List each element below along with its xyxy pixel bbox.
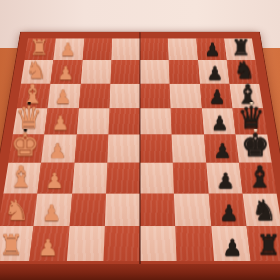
black-pawn: ♟ — [211, 202, 246, 224]
white-bishop: ♝ — [17, 80, 48, 106]
square-g1: ♞ — [0, 193, 38, 226]
square-d3 — [76, 108, 109, 134]
square-b5 — [140, 60, 170, 83]
square-f3 — [72, 163, 107, 193]
square-g6 — [174, 193, 211, 226]
black-pawn: ♟ — [203, 114, 235, 134]
black-pawn: ♟ — [206, 141, 239, 161]
black-pawn: ♟ — [199, 64, 229, 82]
square-f1: ♝ — [4, 163, 42, 193]
square-e7: ♟ — [204, 135, 239, 163]
white-bishop: ♝ — [4, 162, 38, 191]
square-g2: ♟ — [34, 193, 72, 226]
white-pawn: ♟ — [41, 141, 74, 161]
square-f8: ♝ — [239, 163, 277, 193]
board-scene: ♜♟♟♜♞♟♟♞♝♟♟♝♛♟♟♛♚♟♟♚♝♟♟♝♞♟♟♞♜♟♟♜ — [0, 0, 280, 272]
white-rook: ♜ — [25, 37, 54, 59]
square-d6 — [171, 108, 204, 134]
square-d5 — [140, 108, 172, 134]
square-c1: ♝ — [17, 83, 51, 108]
square-d8: ♛ — [232, 108, 267, 134]
square-h8: ♜ — [246, 226, 280, 261]
black-rook: ♜ — [226, 37, 255, 59]
square-c8: ♝ — [229, 83, 263, 108]
square-a7: ♟ — [196, 38, 227, 60]
square-c4 — [109, 83, 140, 108]
white-pawn: ♟ — [45, 114, 77, 134]
square-g7: ♟ — [208, 193, 246, 226]
square-e1: ♚ — [8, 135, 44, 163]
chess-photo: ♜♟♟♜♞♟♟♞♝♟♟♝♛♟♟♛♚♟♟♚♝♟♟♝♞♟♟♞♜♟♟♜ — [0, 0, 280, 280]
black-king: ♚ — [239, 130, 272, 162]
square-f2: ♟ — [38, 163, 75, 193]
square-c2: ♟ — [48, 83, 81, 108]
square-g3 — [69, 193, 106, 226]
square-b4 — [110, 60, 140, 83]
white-pawn: ♟ — [38, 170, 72, 191]
square-a1: ♜ — [25, 38, 56, 60]
black-pawn: ♟ — [198, 41, 227, 59]
square-d4 — [108, 108, 140, 134]
square-c7: ♟ — [200, 83, 233, 108]
chess-board: ♜♟♟♜♞♟♟♞♝♟♟♝♛♟♟♛♚♟♟♚♝♟♟♝♞♟♟♞♜♟♟♜ — [0, 32, 280, 272]
square-g4 — [105, 193, 140, 226]
square-b7: ♟ — [198, 60, 230, 83]
black-knight: ♞ — [246, 196, 280, 224]
square-b6 — [169, 60, 200, 83]
square-g5 — [140, 193, 175, 226]
white-pawn: ♟ — [54, 41, 83, 59]
square-e8: ♚ — [235, 135, 271, 163]
square-f7: ♟ — [206, 163, 243, 193]
black-pawn: ♟ — [213, 236, 250, 259]
square-a8: ♜ — [224, 38, 255, 60]
white-pawn: ♟ — [34, 202, 69, 224]
square-h7: ♟ — [211, 226, 251, 261]
white-pawn: ♟ — [48, 88, 79, 107]
square-d2: ♟ — [45, 108, 79, 134]
square-c3 — [78, 83, 110, 108]
square-h1: ♜ — [0, 226, 34, 261]
square-b1: ♞ — [21, 60, 54, 83]
black-pawn: ♟ — [208, 170, 242, 191]
square-h6 — [175, 226, 213, 261]
square-e6 — [172, 135, 206, 163]
white-pawn: ♟ — [51, 64, 81, 82]
white-knight: ♞ — [21, 58, 51, 82]
white-rook: ♜ — [0, 231, 30, 259]
square-a2: ♟ — [53, 38, 84, 60]
square-f6 — [173, 163, 208, 193]
black-bishop: ♝ — [242, 162, 276, 191]
square-h2: ♟ — [30, 226, 70, 261]
square-f4 — [106, 163, 140, 193]
black-bishop: ♝ — [232, 80, 263, 106]
black-pawn: ♟ — [201, 88, 232, 107]
square-c6 — [170, 83, 202, 108]
black-rook: ♜ — [250, 231, 280, 259]
square-a3 — [82, 38, 112, 60]
square-b2: ♟ — [51, 60, 83, 83]
square-h4 — [103, 226, 140, 261]
white-knight: ♞ — [0, 196, 34, 224]
white-pawn: ♟ — [30, 236, 67, 259]
board-front-edge — [0, 264, 280, 280]
square-b3 — [80, 60, 111, 83]
black-knight: ♞ — [229, 58, 259, 82]
square-b8: ♞ — [227, 60, 260, 83]
square-c5 — [140, 83, 171, 108]
white-king: ♚ — [9, 130, 42, 162]
square-a4 — [111, 38, 140, 60]
square-d7: ♟ — [202, 108, 236, 134]
square-e5 — [140, 135, 173, 163]
square-f5 — [140, 163, 174, 193]
square-d1: ♛ — [13, 108, 48, 134]
square-e3 — [74, 135, 108, 163]
square-h5 — [140, 226, 177, 261]
square-e2: ♟ — [41, 135, 76, 163]
square-a6 — [168, 38, 198, 60]
square-a5 — [140, 38, 169, 60]
square-h3 — [66, 226, 104, 261]
square-g8: ♞ — [242, 193, 280, 226]
square-e4 — [107, 135, 140, 163]
